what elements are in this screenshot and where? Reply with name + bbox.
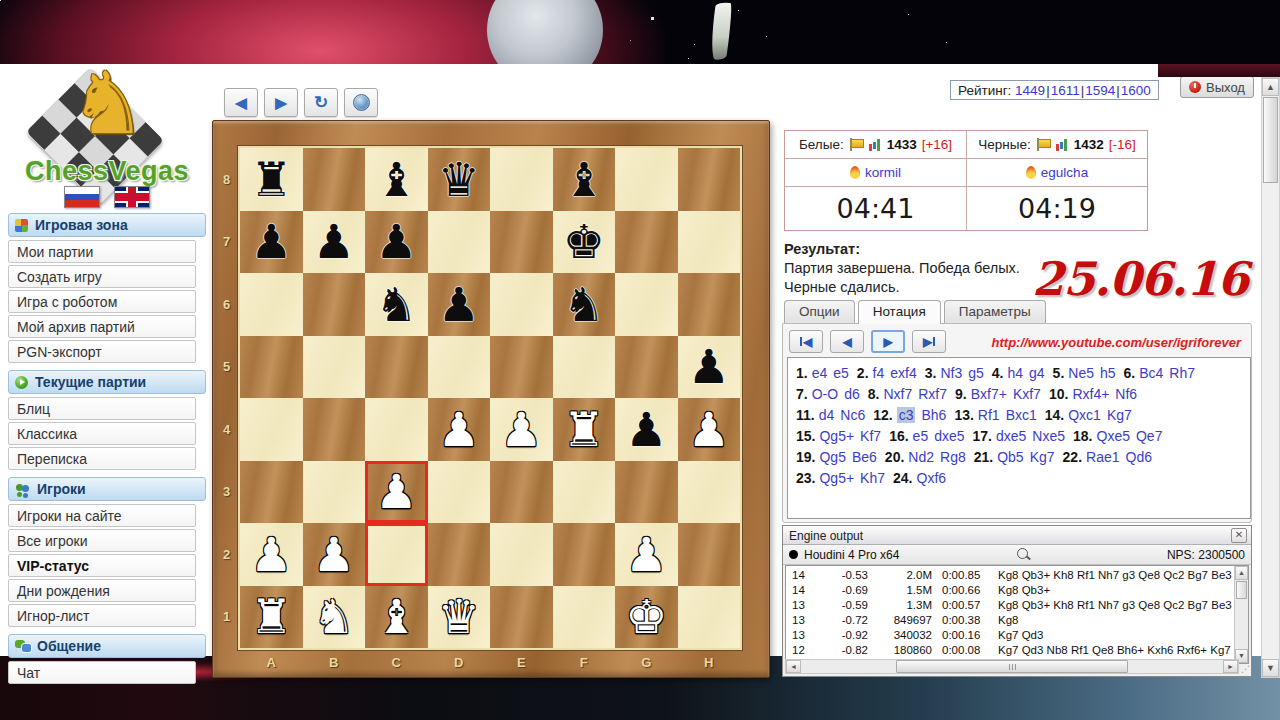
- square-f7[interactable]: ♚: [553, 211, 616, 274]
- black-pawn: ♟: [250, 218, 292, 265]
- move-black-17[interactable]: Nxe5: [1032, 428, 1065, 444]
- move-number: 4.: [992, 365, 1004, 381]
- move-number: 6.: [1124, 365, 1136, 381]
- move-white-19[interactable]: Qg5: [819, 449, 845, 465]
- move-black-4[interactable]: g4: [1029, 365, 1045, 381]
- engine-pv-row[interactable]: 14-0.691.5M0:00.66Kg8 Qb3+: [786, 582, 1234, 597]
- current-games-icon: [15, 376, 28, 389]
- engine-pv-row[interactable]: 14-0.532.0M0:00.85Kg8 Qb3+ Kh8 Rf1 Nh7 g…: [786, 567, 1234, 582]
- move-number: 12.: [873, 407, 892, 423]
- sidebar-item[interactable]: Блиц: [8, 397, 196, 420]
- sidebar-item[interactable]: Игнор-лист: [8, 604, 196, 627]
- move-black-6[interactable]: Rh7: [1169, 365, 1195, 381]
- last-move-icon: ▶: [923, 335, 932, 349]
- square-a7[interactable]: ♟: [240, 211, 303, 274]
- right-panel: Рейтинг: 1449|1611|1594|1600 Выход Белые…: [782, 64, 1252, 676]
- black-bishop: ♝: [563, 156, 605, 203]
- square-d3[interactable]: [428, 461, 491, 524]
- square-g8[interactable]: [615, 148, 678, 211]
- globe-button[interactable]: [344, 88, 378, 117]
- move-number: 20.: [885, 449, 904, 465]
- white-player-name[interactable]: kormil: [865, 165, 901, 180]
- move-number: 3.: [925, 365, 937, 381]
- result-block: Результат: Партия завершена. Победа белы…: [784, 240, 1020, 297]
- players-table: Белые: 1433 [+16] Черные: 1432 [-16] kor…: [784, 130, 1148, 231]
- black-bishop: ♝: [375, 156, 417, 203]
- move-black-7[interactable]: d6: [844, 386, 860, 402]
- move-white-14[interactable]: Qxc1: [1068, 407, 1101, 423]
- rank-label: 3: [218, 461, 235, 524]
- power-icon: [1189, 81, 1201, 93]
- chess-board: 87654321 ABCDEFGH ♜♝♛♝♟♟♟♚♞♟♞♟♟♟♜♟♟♟♟♟♟♜…: [212, 120, 770, 678]
- square-e4[interactable]: ♟: [490, 398, 553, 461]
- black-player-name[interactable]: egulcha: [1041, 165, 1088, 180]
- square-c4[interactable]: [365, 398, 428, 461]
- black-pawn: ♟: [625, 406, 667, 453]
- move-number: 14.: [1045, 407, 1064, 423]
- square-e1[interactable]: [490, 586, 553, 649]
- engine-pv-row[interactable]: 13-0.923400320:00.16Kg7 Qd3: [786, 627, 1234, 642]
- square-d1[interactable]: ♛: [428, 586, 491, 649]
- move-number: 22.: [1063, 449, 1082, 465]
- move-white-2[interactable]: f4: [873, 365, 885, 381]
- file-label: F: [553, 655, 616, 673]
- logout-button[interactable]: Выход: [1180, 76, 1254, 98]
- white-label: Белые:: [799, 137, 844, 152]
- square-c8[interactable]: ♝: [365, 148, 428, 211]
- result-title: Результат:: [784, 240, 1020, 259]
- square-d4[interactable]: ♟: [428, 398, 491, 461]
- move-white-13[interactable]: Rf1: [978, 407, 1000, 423]
- move-white-6[interactable]: Bc4: [1139, 365, 1163, 381]
- move-white-8[interactable]: Nxf7: [883, 386, 912, 402]
- claw-image: [708, 1, 734, 61]
- white-player-info: Белые: 1433 [+16]: [785, 131, 966, 158]
- sidebar-item[interactable]: Чат: [8, 661, 196, 684]
- square-c1[interactable]: ♝: [365, 586, 428, 649]
- file-label: G: [615, 655, 678, 673]
- banner-edge: [1158, 64, 1280, 77]
- move-black-3[interactable]: g5: [968, 365, 984, 381]
- square-g4[interactable]: ♟: [615, 398, 678, 461]
- white-pawn: ♟: [625, 531, 667, 578]
- move-number: 11.: [796, 407, 815, 423]
- resize-grip[interactable]: ⋰: [1241, 664, 1250, 674]
- brand-name: ChessVegas: [8, 156, 206, 187]
- flag-icon: [1036, 138, 1051, 151]
- move-white-18[interactable]: Qxe5: [1097, 428, 1130, 444]
- square-g2[interactable]: ♟: [615, 523, 678, 586]
- move-black-9[interactable]: Kxf7: [1013, 386, 1041, 402]
- move-white-5[interactable]: Ne5: [1068, 365, 1094, 381]
- square-h2[interactable]: [678, 523, 741, 586]
- file-label: D: [428, 655, 491, 673]
- square-a6[interactable]: [240, 273, 303, 336]
- black-player-info: Черные: 1432 [-16]: [966, 131, 1147, 158]
- move-black-13[interactable]: Bxc1: [1006, 407, 1037, 423]
- chat-icon: [15, 640, 30, 652]
- black-knight: ♞: [375, 281, 417, 328]
- white-clock: 04:41: [837, 193, 915, 224]
- move-number: 5.: [1053, 365, 1065, 381]
- sidebar-item[interactable]: Переписка: [8, 447, 196, 470]
- white-pawn: ♟: [375, 468, 417, 515]
- move-number: 23.: [796, 470, 815, 486]
- engine-pv-row[interactable]: 12-0.821808600:00.08Kg7 Qd3 Nb8 Rf1 Qe8 …: [786, 642, 1234, 657]
- flame-icon: [1026, 166, 1036, 179]
- move-black-8[interactable]: Rxf7: [918, 386, 947, 402]
- black-knight: ♞: [563, 281, 605, 328]
- rank-label: 2: [218, 523, 235, 586]
- move-black-14[interactable]: Kg7: [1107, 407, 1132, 423]
- back-icon: ◀: [235, 94, 247, 112]
- sidebar-item[interactable]: Все игроки: [8, 529, 196, 552]
- flag-icon: [849, 138, 864, 151]
- square-h4[interactable]: ♟: [678, 398, 741, 461]
- file-label: E: [490, 655, 553, 673]
- scroll-left-icon[interactable]: ◄: [786, 660, 801, 673]
- square-g5[interactable]: [615, 336, 678, 399]
- prev-move-button[interactable]: ◀: [830, 330, 864, 353]
- game-zone-icon: [15, 219, 28, 232]
- sidebar-item[interactable]: PGN-экспорт: [8, 340, 196, 363]
- move-black-22[interactable]: Qd6: [1126, 449, 1152, 465]
- sidebar-item[interactable]: Дни рождения: [8, 579, 196, 602]
- square-f3[interactable]: [553, 461, 616, 524]
- uk-flag-icon[interactable]: [114, 186, 150, 208]
- rank-label: 8: [218, 148, 235, 211]
- first-move-icon: ◀: [803, 335, 812, 349]
- move-white-17[interactable]: dxe5: [996, 428, 1026, 444]
- square-d7[interactable]: [428, 211, 491, 274]
- square-a3[interactable]: [240, 461, 303, 524]
- move-black-16[interactable]: dxe5: [934, 428, 964, 444]
- youtube-url[interactable]: http://www.youtube.com/user/igriforever: [992, 335, 1241, 350]
- sidebar-item[interactable]: Игра с роботом: [8, 290, 196, 313]
- move-white-11[interactable]: d4: [819, 407, 835, 423]
- square-b4[interactable]: [303, 398, 366, 461]
- square-c2[interactable]: [365, 523, 428, 586]
- square-h7[interactable]: [678, 211, 741, 274]
- move-number: 17.: [973, 428, 992, 444]
- globe-icon: [353, 94, 370, 111]
- square-d5[interactable]: [428, 336, 491, 399]
- rating-label: Рейтинг:: [958, 83, 1011, 98]
- move-black-10[interactable]: Nf6: [1115, 386, 1137, 402]
- black-pawn: ♟: [438, 281, 480, 328]
- move-black-5[interactable]: h5: [1100, 365, 1116, 381]
- move-black-2[interactable]: exf4: [890, 365, 916, 381]
- sidebar-section-label: Игровая зона: [35, 217, 128, 233]
- square-f1[interactable]: [553, 586, 616, 649]
- move-number: 7.: [796, 386, 808, 402]
- file-label: H: [678, 655, 741, 673]
- first-move-button[interactable]: ◀: [789, 330, 823, 353]
- rating-value[interactable]: 1600: [1121, 83, 1151, 98]
- white-knight: ♞: [313, 593, 355, 640]
- top-banner: [0, 0, 1280, 64]
- rating-value[interactable]: 1594: [1085, 83, 1115, 98]
- black-king: ♚: [563, 218, 605, 265]
- square-g1[interactable]: ♚: [615, 586, 678, 649]
- black-pawn: ♟: [313, 218, 355, 265]
- next-move-button[interactable]: ▶: [871, 330, 905, 353]
- rank-label: 1: [218, 586, 235, 649]
- square-e8[interactable]: [490, 148, 553, 211]
- sidebar-item[interactable]: VIP-статус: [8, 554, 196, 577]
- board-grid: ♜♝♛♝♟♟♟♚♞♟♞♟♟♟♜♟♟♟♟♟♟♜♞♝♛♚: [240, 148, 740, 648]
- refresh-button[interactable]: ↻: [304, 88, 338, 117]
- move-number: 13.: [954, 407, 973, 423]
- prev-move-icon: ◀: [842, 335, 851, 349]
- chessvegas-logo: ♞ ChessVegas: [8, 72, 206, 206]
- square-e6[interactable]: [490, 273, 553, 336]
- square-d6[interactable]: ♟: [428, 273, 491, 336]
- sidebar-item[interactable]: Классика: [8, 422, 196, 445]
- square-d8[interactable]: ♛: [428, 148, 491, 211]
- move-number: 19.: [796, 449, 815, 465]
- white-bishop: ♝: [375, 593, 417, 640]
- engine-pv-row[interactable]: 13-0.591.3M0:00.57Kg8 Qb3+ Kh8 Rf1 Nh7 g…: [786, 597, 1234, 612]
- move-white-12[interactable]: c3: [897, 407, 916, 423]
- move-black-15[interactable]: Kf7: [860, 428, 881, 444]
- square-g7[interactable]: [615, 211, 678, 274]
- move-white-4[interactable]: h4: [1007, 365, 1023, 381]
- tab-Параметры[interactable]: Параметры: [944, 300, 1046, 323]
- move-number: 18.: [1073, 428, 1092, 444]
- white-pawn: ♟: [438, 406, 480, 453]
- move-number: 10.: [1049, 386, 1068, 402]
- move-black-23[interactable]: Kh7: [860, 470, 885, 486]
- tab-bar: ОпцииНотацияПараметры: [784, 300, 1046, 323]
- next-move-icon: ▶: [883, 335, 892, 349]
- notation-nav: ◀ ◀ ▶ ▶: [789, 330, 946, 353]
- black-pawn: ♟: [688, 343, 730, 390]
- russian-flag-icon[interactable]: [64, 186, 100, 208]
- notation-panel: ◀ ◀ ▶ ▶ http://www.youtube.com/user/igri…: [782, 323, 1252, 523]
- sidebar-section-header[interactable]: Текущие партии: [8, 370, 206, 394]
- move-white-1[interactable]: e4: [812, 365, 828, 381]
- move-number: 9.: [955, 386, 967, 402]
- square-e2[interactable]: [490, 523, 553, 586]
- page-scrollbar[interactable]: ▲ ▼: [1261, 77, 1280, 678]
- move-black-19[interactable]: Be6: [852, 449, 877, 465]
- white-pawn: ♟: [688, 406, 730, 453]
- white-rating: 1433: [887, 137, 917, 152]
- black-queen: ♛: [438, 156, 480, 203]
- file-label: C: [365, 655, 428, 673]
- logo-knight-icon: ♞: [58, 60, 158, 146]
- move-number: 2.: [857, 365, 869, 381]
- square-f8[interactable]: ♝: [553, 148, 616, 211]
- engine-name: Houdini 4 Pro x64: [804, 548, 899, 562]
- square-f6[interactable]: ♞: [553, 273, 616, 336]
- white-rating-delta: [+16]: [922, 137, 952, 152]
- players-icon: [15, 483, 30, 496]
- move-number: 21.: [974, 449, 993, 465]
- sidebar-section-header[interactable]: Общение: [8, 634, 206, 658]
- stars: [0, 0, 1, 1]
- square-a1[interactable]: ♜: [240, 586, 303, 649]
- black-rating: 1432: [1074, 137, 1104, 152]
- move-black-11[interactable]: Nc6: [840, 407, 865, 423]
- sidebar-section-label: Игроки: [37, 481, 86, 497]
- rating-bar: Рейтинг: 1449|1611|1594|1600: [950, 80, 1159, 100]
- black-label: Черные:: [978, 137, 1030, 152]
- engine-pv-row[interactable]: 13-0.728496970:00.38Kg8: [786, 612, 1234, 627]
- move-white-20[interactable]: Nd2: [908, 449, 934, 465]
- rank-label: 6: [218, 273, 235, 336]
- forward-icon: ▶: [275, 94, 287, 112]
- scroll-thumb[interactable]: [896, 660, 1128, 673]
- square-e7[interactable]: [490, 211, 553, 274]
- square-f2[interactable]: [553, 523, 616, 586]
- move-white-21[interactable]: Qb5: [997, 449, 1023, 465]
- move-white-3[interactable]: Nf3: [940, 365, 962, 381]
- square-c7[interactable]: ♟: [365, 211, 428, 274]
- black-rating-delta: [-16]: [1109, 137, 1136, 152]
- flame-icon: [850, 166, 860, 179]
- sidebar-item[interactable]: Мой архив партий: [8, 315, 196, 338]
- move-number: 8.: [868, 386, 880, 402]
- move-black-20[interactable]: Rg8: [940, 449, 966, 465]
- rank-label: 4: [218, 398, 235, 461]
- back-button[interactable]: ◀: [224, 88, 258, 117]
- sidebar-item[interactable]: Создать игру: [8, 265, 196, 288]
- sidebar-item[interactable]: Мои партии: [8, 240, 196, 263]
- square-b7[interactable]: ♟: [303, 211, 366, 274]
- square-b1[interactable]: ♞: [303, 586, 366, 649]
- scroll-up-icon[interactable]: ▲: [1262, 78, 1279, 96]
- square-h3[interactable]: [678, 461, 741, 524]
- square-e5[interactable]: [490, 336, 553, 399]
- white-rook: ♜: [563, 406, 605, 453]
- square-h8[interactable]: [678, 148, 741, 211]
- result-line1: Партия завершена. Победа белых.: [784, 259, 1020, 278]
- white-queen: ♛: [438, 593, 480, 640]
- board-toolbar: ◀ ▶ ↻: [224, 88, 378, 117]
- square-b6[interactable]: [303, 273, 366, 336]
- move-number: 24.: [893, 470, 912, 486]
- rank-label: 5: [218, 336, 235, 399]
- square-b2[interactable]: ♟: [303, 523, 366, 586]
- close-icon[interactable]: ✕: [1231, 528, 1247, 543]
- sidebar-section-header[interactable]: Игроки: [8, 477, 206, 501]
- sidebar-section-header[interactable]: Игровая зона: [8, 213, 206, 237]
- square-g6[interactable]: [615, 273, 678, 336]
- move-black-12[interactable]: Bh6: [921, 407, 946, 423]
- move-number: 1.: [796, 365, 808, 381]
- square-b5[interactable]: [303, 336, 366, 399]
- banner-red-dragon: [790, 0, 1280, 64]
- move-white-10[interactable]: Rxf4+: [1072, 386, 1109, 402]
- move-white-22[interactable]: Rae1: [1086, 449, 1119, 465]
- square-h6[interactable]: [678, 273, 741, 336]
- scroll-down-icon[interactable]: ▼: [1262, 659, 1279, 677]
- sidebar-item[interactable]: Игроки на сайте: [8, 504, 196, 527]
- square-a5[interactable]: [240, 336, 303, 399]
- game-date: 25.06.16: [1032, 252, 1248, 306]
- square-f4[interactable]: ♜: [553, 398, 616, 461]
- square-e3[interactable]: [490, 461, 553, 524]
- rank-label: 7: [218, 211, 235, 274]
- white-king: ♚: [625, 593, 667, 640]
- rank-labels: 87654321: [218, 148, 235, 648]
- square-h5[interactable]: ♟: [678, 336, 741, 399]
- engine-output-window: Engine output ✕ Houdini 4 Pro x64 NPS: 2…: [782, 525, 1252, 677]
- square-d2[interactable]: [428, 523, 491, 586]
- rating-chart-icon: [869, 139, 882, 151]
- white-pawn: ♟: [313, 531, 355, 578]
- black-clock: 04:19: [1018, 193, 1096, 224]
- square-a4[interactable]: [240, 398, 303, 461]
- white-rook: ♜: [250, 593, 292, 640]
- black-rook: ♜: [250, 156, 292, 203]
- scroll-thumb[interactable]: [1236, 581, 1247, 599]
- engine-vertical-scrollbar[interactable]: ▲ ▼: [1234, 566, 1248, 663]
- move-white-16[interactable]: e5: [913, 428, 929, 444]
- square-h1[interactable]: [678, 586, 741, 649]
- engine-horizontal-scrollbar[interactable]: ◄ ►: [785, 659, 1239, 674]
- search-icon[interactable]: [1017, 548, 1028, 559]
- last-move-button[interactable]: ▶: [912, 330, 946, 353]
- engine-nps: NPS: 2300500: [1167, 548, 1245, 562]
- white-pawn: ♟: [500, 406, 542, 453]
- engine-pv-list: 14-0.532.0M0:00.85Kg8 Qb3+ Kh8 Rf1 Nh7 g…: [785, 565, 1249, 664]
- square-c5[interactable]: [365, 336, 428, 399]
- file-label: B: [303, 655, 366, 673]
- move-white-7[interactable]: O-O: [812, 386, 838, 402]
- sidebar: ♞ ChessVegas Игровая зонаМои партииСозда…: [8, 72, 206, 686]
- move-number: 15.: [796, 428, 815, 444]
- move-white-24[interactable]: Qxf6: [917, 470, 947, 486]
- tab-Нотация[interactable]: Нотация: [858, 300, 941, 324]
- scroll-up-icon[interactable]: ▲: [1235, 566, 1248, 580]
- rating-value[interactable]: 1611: [1051, 83, 1080, 98]
- move-number: 16.: [889, 428, 908, 444]
- square-a2[interactable]: ♟: [240, 523, 303, 586]
- scroll-thumb[interactable]: [1263, 97, 1278, 183]
- file-label: A: [240, 655, 303, 673]
- move-black-18[interactable]: Qe7: [1136, 428, 1162, 444]
- rating-value[interactable]: 1449: [1015, 83, 1045, 98]
- square-c6[interactable]: ♞: [365, 273, 428, 336]
- engine-dot-icon: [789, 550, 798, 559]
- refresh-icon: ↻: [314, 94, 328, 111]
- square-g3[interactable]: [615, 461, 678, 524]
- square-b8[interactable]: [303, 148, 366, 211]
- move-white-23[interactable]: Qg5+: [819, 470, 854, 486]
- engine-window-title: Engine output: [789, 529, 863, 543]
- move-black-21[interactable]: Kg7: [1030, 449, 1055, 465]
- tab-Опции[interactable]: Опции: [784, 300, 855, 323]
- sidebar-section-label: Текущие партии: [35, 374, 146, 390]
- square-b3[interactable]: [303, 461, 366, 524]
- square-a8[interactable]: ♜: [240, 148, 303, 211]
- sidebar-section-label: Общение: [37, 638, 101, 654]
- move-list: 1.e4e52.f4exf43.Nf3g54.h4g45.Ne5h56.Bc4R…: [787, 357, 1251, 519]
- move-white-9[interactable]: Bxf7+: [971, 386, 1007, 402]
- moon-image: [487, 0, 603, 64]
- move-black-1[interactable]: e5: [833, 365, 849, 381]
- forward-button[interactable]: ▶: [264, 88, 298, 117]
- move-white-15[interactable]: Qg5+: [819, 428, 854, 444]
- scroll-right-icon[interactable]: ►: [1223, 660, 1238, 673]
- square-f5[interactable]: [553, 336, 616, 399]
- black-pawn: ♟: [375, 218, 417, 265]
- white-pawn: ♟: [250, 531, 292, 578]
- square-c3[interactable]: ♟: [365, 461, 428, 524]
